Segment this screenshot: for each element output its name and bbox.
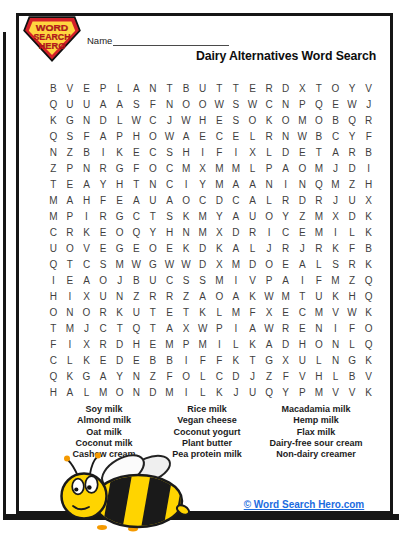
grid-cell-r8-c2: A (62, 192, 79, 208)
grid-cell-r5-c7: C (145, 144, 162, 160)
grid-cell-r3-c16: M (294, 112, 311, 128)
grid-cell-r16-c4: C (95, 321, 112, 337)
grid-cell-r11-c13: L (244, 240, 261, 256)
grid-cell-r12-c1: Q (45, 257, 62, 273)
grid-cell-r8-c16: D (294, 192, 311, 208)
grid-cell-r16-c5: T (111, 321, 128, 337)
grid-cell-r9-c10: M (194, 208, 211, 224)
grid-cell-r10-c4: E (95, 224, 112, 240)
grid-cell-r10-c8: H (161, 224, 178, 240)
grid-cell-r11-c9: K (178, 240, 195, 256)
grid-cell-r7-c9: I (178, 176, 195, 192)
word-search-hero-logo-icon: WORD SEARCH HERO (23, 13, 81, 62)
grid-cell-r13-c16: I (294, 273, 311, 289)
grid-cell-r10-c2: R (62, 224, 79, 240)
grid-cell-r16-c7: T (145, 321, 162, 337)
grid-cell-r19-c3: G (78, 369, 95, 385)
grid-cell-r15-c17: M (311, 305, 328, 321)
word-list-item: Coconut milk (47, 438, 161, 449)
grid-cell-r20-c7: D (145, 385, 162, 401)
grid-cell-r14-c6: Z (128, 289, 145, 305)
grid-cell-r7-c14: N (261, 176, 278, 192)
grid-cell-r3-c14: K (261, 112, 278, 128)
grid-cell-r2-c12: S (228, 96, 245, 112)
grid-cell-r3-c8: J (161, 112, 178, 128)
grid-cell-r2-c5: A (111, 96, 128, 112)
grid-cell-r18-c1: C (45, 353, 62, 369)
grid-cell-r15-c3: O (78, 305, 95, 321)
logo-text-hero: HERO (39, 41, 66, 51)
grid-cell-r18-c12: K (228, 353, 245, 369)
grid-cell-r9-c18: X (327, 208, 344, 224)
grid-cell-r9-c17: M (311, 208, 328, 224)
grid-cell-r9-c3: I (78, 208, 95, 224)
grid-cell-r6-c2: P (62, 160, 79, 176)
grid-cell-r19-c9: O (178, 369, 195, 385)
grid-cell-r15-c20: K (360, 305, 377, 321)
grid-cell-r15-c2: N (62, 305, 79, 321)
grid-cell-r6-c13: L (244, 160, 261, 176)
grid-cell-r7-c16: N (294, 176, 311, 192)
grid-cell-r14-c11: O (211, 289, 228, 305)
grid-cell-r20-c16: P (294, 385, 311, 401)
grid-cell-r6-c4: R (95, 160, 112, 176)
grid-cell-r8-c15: R (277, 192, 294, 208)
grid-cell-r4-c2: S (62, 128, 79, 144)
grid-cell-r13-c1: I (45, 273, 62, 289)
grid-cell-r17-c6: H (128, 337, 145, 353)
grid-cell-r10-c13: R (244, 224, 261, 240)
copyright-link[interactable]: © Word Search Hero.com (240, 499, 368, 510)
grid-cell-r6-c1: Z (45, 160, 62, 176)
grid-cell-r1-c11: T (211, 80, 228, 96)
grid-cell-r18-c16: U (294, 353, 311, 369)
grid-cell-r6-c10: X (194, 160, 211, 176)
grid-cell-r12-c13: D (244, 257, 261, 273)
grid-cell-r1-c6: A (128, 80, 145, 96)
grid-cell-r5-c19: R (344, 144, 361, 160)
grid-cell-r9-c16: Z (294, 208, 311, 224)
grid-cell-r9-c14: O (261, 208, 278, 224)
grid-cell-r10-c14: I (261, 224, 278, 240)
grid-cell-r15-c7: T (145, 305, 162, 321)
grid-cell-r4-c6: H (128, 128, 145, 144)
grid-cell-r17-c5: D (111, 337, 128, 353)
grid-cell-r11-c2: O (62, 240, 79, 256)
grid-cell-r8-c20: X (360, 192, 377, 208)
grid-cell-r8-c9: O (178, 192, 195, 208)
grid-cell-r3-c20: R (360, 112, 377, 128)
grid-cell-r3-c2: G (62, 112, 79, 128)
grid-cell-r11-c5: G (111, 240, 128, 256)
grid-cell-r5-c14: L (261, 144, 278, 160)
grid-cell-r6-c17: M (311, 160, 328, 176)
grid-cell-r11-c4: E (95, 240, 112, 256)
word-list-item: Hemp milk (249, 415, 383, 426)
grid-cell-r17-c17: O (311, 337, 328, 353)
grid-cell-r15-c8: E (161, 305, 178, 321)
grid-cell-r18-c11: F (211, 353, 228, 369)
grid-cell-r1-c13: E (244, 80, 261, 96)
word-list-column-3: Macadamia milkHemp milkFlax milkDairy-fr… (249, 404, 383, 460)
grid-cell-r9-c20: K (360, 208, 377, 224)
grid-cell-r12-c3: C (78, 257, 95, 273)
grid-cell-r19-c13: J (244, 369, 261, 385)
grid-cell-r1-c14: R (261, 80, 278, 96)
grid-cell-r11-c3: V (78, 240, 95, 256)
grid-cell-r3-c13: O (244, 112, 261, 128)
grid-cell-r2-c11: W (211, 96, 228, 112)
grid-cell-r7-c2: E (62, 176, 79, 192)
logo-text-word: WORD (36, 23, 69, 33)
grid-cell-r7-c11: M (211, 176, 228, 192)
grid-cell-r4-c14: R (261, 128, 278, 144)
grid-cell-r6-c12: M (228, 160, 245, 176)
grid-cell-r3-c6: W (128, 112, 145, 128)
word-list-item: Rice milk (150, 404, 264, 415)
grid-cell-r20-c1: H (45, 385, 62, 401)
grid-cell-r2-c10: O (194, 96, 211, 112)
grid-cell-r16-c18: I (327, 321, 344, 337)
grid-cell-r16-c6: Q (128, 321, 145, 337)
grid-cell-r13-c2: E (62, 273, 79, 289)
grid-cell-r14-c19: H (344, 289, 361, 305)
grid-cell-r9-c7: T (145, 208, 162, 224)
grid-cell-r15-c12: M (228, 305, 245, 321)
grid-cell-r10-c17: M (311, 224, 328, 240)
grid-cell-r17-c18: N (327, 337, 344, 353)
word-list-item: Flax milk (249, 427, 383, 438)
word-list-item: Macadamia milk (249, 404, 383, 415)
grid-cell-r13-c9: S (178, 273, 195, 289)
grid-cell-r4-c18: C (327, 128, 344, 144)
grid-cell-r10-c18: I (327, 224, 344, 240)
grid-cell-r19-c20: V (360, 369, 377, 385)
grid-cell-r5-c20: B (360, 144, 377, 160)
grid-cell-r7-c18: M (327, 176, 344, 192)
grid-cell-r10-c5: O (111, 224, 128, 240)
grid-cell-r6-c16: O (294, 160, 311, 176)
grid-cell-r3-c15: O (277, 112, 294, 128)
grid-cell-r6-c14: P (261, 160, 278, 176)
grid-cell-r13-c4: O (95, 273, 112, 289)
grid-cell-r6-c8: C (161, 160, 178, 176)
grid-cell-r13-c8: C (161, 273, 178, 289)
grid-cell-r5-c5: K (111, 144, 128, 160)
grid-cell-r14-c9: Z (178, 289, 195, 305)
grid-cell-r9-c11: Y (211, 208, 228, 224)
grid-cell-r12-c11: X (211, 257, 228, 273)
grid-cell-r15-c6: U (128, 305, 145, 321)
grid-cell-r13-c18: M (327, 273, 344, 289)
grid-cell-r13-c5: J (111, 273, 128, 289)
grid-cell-r15-c16: C (294, 305, 311, 321)
grid-cell-r16-c1: T (45, 321, 62, 337)
grid-cell-r7-c20: H (360, 176, 377, 192)
grid-cell-r13-c7: U (145, 273, 162, 289)
grid-cell-r14-c4: U (95, 289, 112, 305)
grid-cell-r19-c4: A (95, 369, 112, 385)
grid-cell-r11-c1: U (45, 240, 62, 256)
grid-cell-r15-c10: K (194, 305, 211, 321)
grid-cell-r9-c5: G (111, 208, 128, 224)
grid-cell-r20-c15: Y (277, 385, 294, 401)
grid-cell-r18-c7: B (145, 353, 162, 369)
grid-cell-r7-c12: A (228, 176, 245, 192)
grid-cell-r15-c15: E (277, 305, 294, 321)
grid-cell-r20-c18: V (327, 385, 344, 401)
grid-cell-r10-c3: K (78, 224, 95, 240)
grid-cell-r20-c20: K (360, 385, 377, 401)
grid-cell-r10-c19: L (344, 224, 361, 240)
grid-cell-r10-c6: Q (128, 224, 145, 240)
grid-cell-r5-c10: I (194, 144, 211, 160)
grid-cell-r1-c4: P (95, 80, 112, 96)
grid-cell-r11-c20: B (360, 240, 377, 256)
grid-cell-r6-c7: O (145, 160, 162, 176)
grid-cell-r19-c14: Z (261, 369, 278, 385)
grid-cell-r12-c20: K (360, 257, 377, 273)
grid-cell-r20-c13: U (244, 385, 261, 401)
grid-cell-r8-c18: J (327, 192, 344, 208)
grid-cell-r3-c10: H (194, 112, 211, 128)
grid-cell-r6-c20: I (360, 160, 377, 176)
grid-cell-r4-c20: F (360, 128, 377, 144)
grid-cell-r17-c12: L (228, 337, 245, 353)
grid-cell-r12-c14: O (261, 257, 278, 273)
grid-cell-r14-c2: I (62, 289, 79, 305)
grid-cell-r13-c14: P (261, 273, 278, 289)
grid-cell-r12-c16: A (294, 257, 311, 273)
grid-cell-r18-c6: E (128, 353, 145, 369)
grid-cell-r7-c1: T (45, 176, 62, 192)
grid-cell-r19-c10: L (194, 369, 211, 385)
grid-cell-r4-c1: Q (45, 128, 62, 144)
page-edge-shadow-left (3, 32, 6, 520)
grid-cell-r15-c14: X (261, 305, 278, 321)
grid-cell-r8-c4: F (95, 192, 112, 208)
grid-cell-r3-c4: D (95, 112, 112, 128)
grid-cell-r12-c7: G (145, 257, 162, 273)
word-list-item: Oat milk (47, 427, 161, 438)
grid-cell-r9-c8: S (161, 208, 178, 224)
bee-head (62, 474, 107, 519)
grid-cell-r20-c4: M (95, 385, 112, 401)
grid-cell-r1-c2: V (62, 80, 79, 96)
grid-cell-r14-c12: A (228, 289, 245, 305)
grid-cell-r7-c4: Y (95, 176, 112, 192)
grid-cell-r9-c1: M (45, 208, 62, 224)
grid-cell-r17-c8: M (161, 337, 178, 353)
grid-cell-r19-c16: V (294, 369, 311, 385)
grid-cell-r7-c6: T (128, 176, 145, 192)
grid-cell-r4-c8: W (161, 128, 178, 144)
grid-cell-r15-c19: W (344, 305, 361, 321)
grid-cell-r3-c7: C (145, 112, 162, 128)
grid-cell-r4-c7: O (145, 128, 162, 144)
grid-cell-r16-c17: N (311, 321, 328, 337)
grid-cell-r17-c13: K (244, 337, 261, 353)
grid-cell-r17-c19: L (344, 337, 361, 353)
grid-cell-r1-c18: O (327, 80, 344, 96)
grid-cell-r6-c3: N (78, 160, 95, 176)
grid-cell-r15-c9: T (178, 305, 195, 321)
grid-cell-r17-c4: R (95, 337, 112, 353)
grid-cell-r13-c19: Z (344, 273, 361, 289)
grid-cell-r4-c9: A (178, 128, 195, 144)
grid-cell-r19-c11: C (211, 369, 228, 385)
grid-cell-r10-c1: C (45, 224, 62, 240)
grid-cell-r10-c16: E (294, 224, 311, 240)
grid-cell-r8-c1: M (45, 192, 62, 208)
grid-cell-r20-c6: N (128, 385, 145, 401)
grid-cell-r20-c19: V (344, 385, 361, 401)
grid-cell-r9-c12: A (228, 208, 245, 224)
grid-cell-r1-c3: E (78, 80, 95, 96)
grid-cell-r19-c19: B (344, 369, 361, 385)
grid-cell-r1-c12: T (228, 80, 245, 96)
grid-cell-r1-c16: X (294, 80, 311, 96)
grid-cell-r13-c11: M (211, 273, 228, 289)
name-label: Name (87, 35, 112, 46)
grid-cell-r19-c2: K (62, 369, 79, 385)
grid-cell-r10-c15: C (277, 224, 294, 240)
grid-cell-r15-c11: L (211, 305, 228, 321)
grid-cell-r8-c17: R (311, 192, 328, 208)
grid-cell-r11-c17: R (311, 240, 328, 256)
grid-cell-r15-c13: F (244, 305, 261, 321)
grid-cell-r18-c14: G (261, 353, 278, 369)
grid-cell-r11-c12: A (228, 240, 245, 256)
grid-cell-r3-c3: N (78, 112, 95, 128)
grid-cell-r14-c18: K (327, 289, 344, 305)
grid-cell-r8-c14: L (261, 192, 278, 208)
page-title: Dairy Alternatives Word Search (190, 49, 382, 63)
grid-cell-r6-c6: F (128, 160, 145, 176)
grid-cell-r9-c9: K (178, 208, 195, 224)
grid-cell-r5-c1: N (45, 144, 62, 160)
bee-stinger (175, 503, 190, 516)
grid-cell-r15-c5: K (111, 305, 128, 321)
grid-cell-r18-c2: L (62, 353, 79, 369)
grid-cell-r11-c7: O (145, 240, 162, 256)
grid-cell-r4-c19: Y (344, 128, 361, 144)
grid-cell-r12-c12: M (228, 257, 245, 273)
grid-cell-r7-c10: Y (194, 176, 211, 192)
grid-cell-r2-c9: O (178, 96, 195, 112)
word-list-item: Soy milk (47, 404, 161, 415)
grid-cell-r10-c12: D (228, 224, 245, 240)
grid-cell-r1-c15: D (277, 80, 294, 96)
grid-cell-r5-c13: X (244, 144, 261, 160)
grid-cell-r18-c10: F (194, 353, 211, 369)
grid-cell-r10-c10: M (194, 224, 211, 240)
grid-cell-r18-c15: X (277, 353, 294, 369)
grid-cell-r11-c19: F (344, 240, 361, 256)
grid-cell-r12-c10: D (194, 257, 211, 273)
grid-cell-r17-c1: F (45, 337, 62, 353)
bee-mascot-illustration (45, 450, 191, 532)
bee-eye-pupil (87, 485, 92, 490)
grid-cell-r19-c17: H (311, 369, 328, 385)
grid-cell-r20-c17: M (311, 385, 328, 401)
grid-cell-r3-c17: O (311, 112, 328, 128)
word-list-item: Plant butter (150, 438, 264, 449)
word-list-item: Almond milk (47, 415, 161, 426)
grid-cell-r18-c19: G (344, 353, 361, 369)
grid-cell-r5-c3: B (78, 144, 95, 160)
grid-cell-r14-c1: H (45, 289, 62, 305)
grid-cell-r7-c7: N (145, 176, 162, 192)
grid-cell-r18-c9: I (178, 353, 195, 369)
grid-cell-r16-c19: F (344, 321, 361, 337)
grid-cell-r12-c15: E (277, 257, 294, 273)
grid-cell-r19-c7: Z (145, 369, 162, 385)
grid-cell-r12-c6: W (128, 257, 145, 273)
grid-cell-r10-c20: K (360, 224, 377, 240)
grid-cell-r18-c18: N (327, 353, 344, 369)
grid-cell-r10-c7: Y (145, 224, 162, 240)
grid-cell-r8-c10: C (194, 192, 211, 208)
grid-cell-r13-c3: A (78, 273, 95, 289)
grid-cell-r4-c4: A (95, 128, 112, 144)
grid-cell-r17-c10: M (194, 337, 211, 353)
grid-cell-r2-c17: Q (311, 96, 328, 112)
grid-cell-r12-c17: L (311, 257, 328, 273)
grid-cell-r18-c4: E (95, 353, 112, 369)
grid-cell-r3-c5: L (111, 112, 128, 128)
logo-text-search: SEARCH (33, 32, 70, 42)
grid-cell-r3-c12: S (228, 112, 245, 128)
grid-cell-r11-c18: K (327, 240, 344, 256)
grid-cell-r20-c11: K (211, 385, 228, 401)
grid-cell-r10-c11: X (211, 224, 228, 240)
grid-cell-r1-c5: L (111, 80, 128, 96)
grid-cell-r5-c16: E (294, 144, 311, 160)
bee-antenna-tip (64, 456, 70, 462)
grid-cell-r12-c9: W (178, 257, 195, 273)
grid-cell-r8-c5: E (111, 192, 128, 208)
grid-cell-r9-c13: U (244, 208, 261, 224)
grid-cell-r16-c8: A (161, 321, 178, 337)
grid-cell-r18-c17: L (311, 353, 328, 369)
grid-cell-r8-c11: D (211, 192, 228, 208)
grid-cell-r12-c19: R (344, 257, 361, 273)
grid-cell-r19-c18: L (327, 369, 344, 385)
grid-cell-r5-c15: D (277, 144, 294, 160)
grid-cell-r3-c9: W (178, 112, 195, 128)
grid-cell-r1-c8: T (161, 80, 178, 96)
grid-cell-r9-c2: P (62, 208, 79, 224)
grid-cell-r2-c3: U (78, 96, 95, 112)
grid-cell-r2-c19: W (344, 96, 361, 112)
grid-cell-r17-c14: A (261, 337, 278, 353)
grid-cell-r1-c1: B (45, 80, 62, 96)
grid-cell-r7-c3: A (78, 176, 95, 192)
grid-cell-r12-c4: S (95, 257, 112, 273)
grid-cell-r4-c13: L (244, 128, 261, 144)
grid-cell-r7-c5: H (111, 176, 128, 192)
grid-cell-r2-c14: C (261, 96, 278, 112)
grid-cell-r17-c15: D (277, 337, 294, 353)
grid-cell-r15-c4: R (95, 305, 112, 321)
grid-cell-r4-c5: P (111, 128, 128, 144)
grid-cell-r18-c5: D (111, 353, 128, 369)
grid-cell-r4-c11: C (211, 128, 228, 144)
name-fill-in-line (113, 33, 229, 46)
grid-cell-r7-c8: C (161, 176, 178, 192)
grid-cell-r15-c1: O (45, 305, 62, 321)
